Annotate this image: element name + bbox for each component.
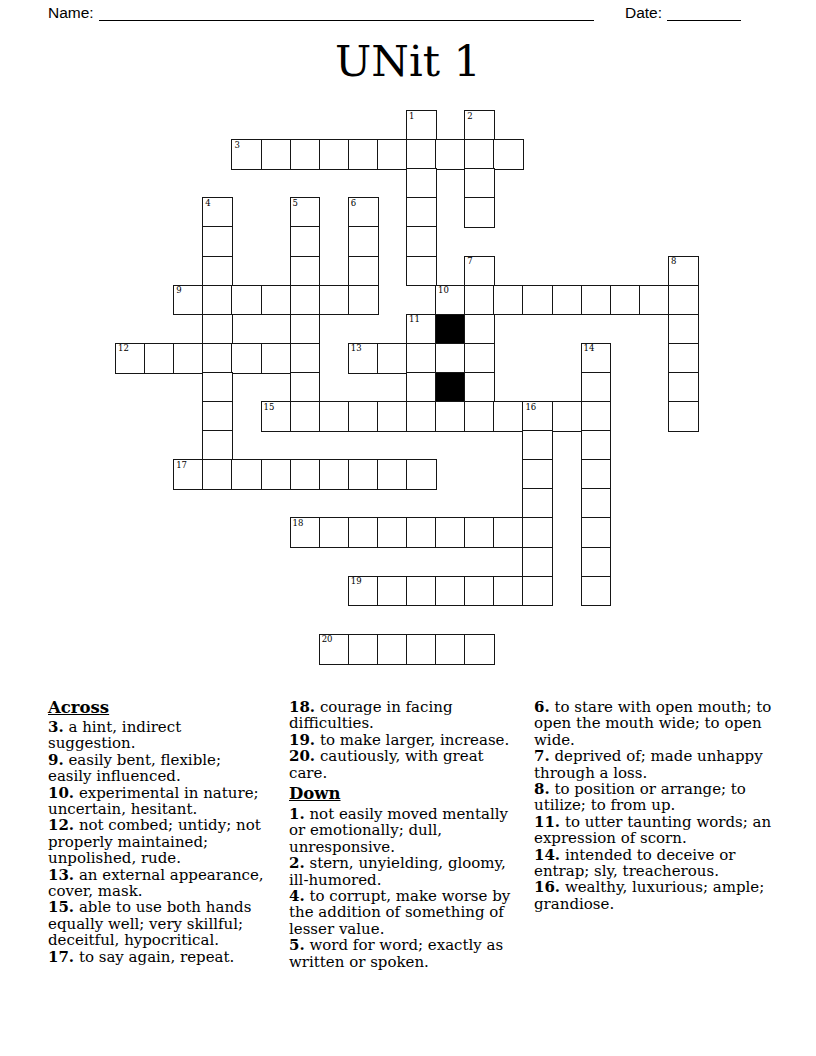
clue-4: 4. to corrupt, make worse by the additio…	[289, 888, 519, 937]
clue-number: 14.	[534, 846, 560, 864]
worksheet-page: Name: Date: UNit 1 123456789101112131415…	[0, 0, 816, 1056]
grid-cell[interactable]	[435, 576, 466, 607]
clue-number: 5.	[289, 936, 305, 954]
grid-cell[interactable]	[581, 488, 612, 519]
grid-cell[interactable]	[319, 285, 350, 316]
cell-number: 11	[409, 315, 420, 324]
grid-cell[interactable]	[290, 343, 321, 374]
grid-cell[interactable]	[581, 459, 612, 490]
clue-7: 7. deprived of; made unhappy through a l…	[534, 748, 774, 781]
grid-cell[interactable]	[406, 256, 437, 287]
clue-number: 20.	[289, 747, 315, 765]
grid-cell[interactable]	[581, 372, 612, 403]
grid-cell[interactable]	[406, 139, 437, 170]
grid-cell[interactable]	[406, 517, 437, 548]
grid-cell[interactable]	[202, 285, 233, 316]
grid-cell[interactable]	[435, 343, 466, 374]
grid-cell[interactable]	[464, 517, 495, 548]
grid-cell[interactable]	[464, 197, 495, 228]
grid-cell[interactable]	[319, 401, 350, 432]
grid-cell[interactable]	[319, 517, 350, 548]
grid-cell[interactable]	[668, 401, 699, 432]
grid-cell[interactable]: 19	[348, 576, 379, 607]
grid-cell[interactable]	[581, 517, 612, 548]
clue-16: 16. wealthy, luxurious; ample; grandiose…	[534, 879, 774, 912]
grid-cell[interactable]: 16	[522, 401, 553, 432]
cell-number: 12	[118, 344, 129, 353]
cell-number: 10	[438, 286, 449, 295]
clue-column-2: 18. courage in facing difficulties.19. t…	[289, 699, 519, 970]
grid-cell[interactable]	[406, 401, 437, 432]
cell-number: 1	[409, 112, 414, 121]
grid-cell[interactable]	[348, 459, 379, 490]
clue-number: 16.	[534, 878, 560, 896]
cell-number: 19	[351, 577, 362, 586]
clue-12: 12. not combed; untidy; not properly mai…	[48, 817, 266, 866]
grid-cell[interactable]	[202, 401, 233, 432]
grid-cell[interactable]	[581, 285, 612, 316]
cell-number: 15	[264, 403, 275, 412]
grid-cell[interactable]	[435, 517, 466, 548]
grid-cell[interactable]	[464, 372, 495, 403]
grid-cell[interactable]	[290, 401, 321, 432]
grid-cell[interactable]	[290, 226, 321, 257]
clue-number: 11.	[534, 813, 560, 831]
grid-cell[interactable]	[406, 576, 437, 607]
grid-cell[interactable]	[348, 285, 379, 316]
grid-cell[interactable]: 5	[290, 197, 321, 228]
grid-cell[interactable]	[639, 285, 670, 316]
clue-number: 8.	[534, 780, 550, 798]
grid-cell[interactable]	[261, 285, 292, 316]
grid-cell[interactable]: 11	[406, 314, 437, 345]
cell-number: 9	[176, 286, 181, 295]
grid-cell[interactable]	[522, 488, 553, 519]
date-blank-line[interactable]	[667, 20, 741, 21]
grid-cell[interactable]	[581, 430, 612, 461]
grid-cell[interactable]	[464, 576, 495, 607]
clue-number: 18.	[289, 698, 315, 716]
grid-cell[interactable]	[377, 139, 408, 170]
grid-cell[interactable]	[464, 343, 495, 374]
grid-cell[interactable]	[464, 139, 495, 170]
cell-number: 4	[205, 199, 210, 208]
grid-cell[interactable]	[464, 285, 495, 316]
grid-cell[interactable]	[406, 372, 437, 403]
grid-cell[interactable]	[581, 547, 612, 578]
grid-cell[interactable]	[493, 517, 524, 548]
grid-cell[interactable]	[464, 314, 495, 345]
grid-cell[interactable]	[377, 576, 408, 607]
clue-15: 15. able to use both hands equally well;…	[48, 899, 266, 948]
grid-cell[interactable]	[493, 576, 524, 607]
grid-cell[interactable]	[202, 314, 233, 345]
clue-number: 17.	[48, 948, 74, 966]
grid-cell[interactable]	[348, 256, 379, 287]
grid-cell[interactable]	[610, 285, 641, 316]
clue-number: 19.	[289, 731, 315, 749]
grid-cell[interactable]	[348, 139, 379, 170]
clue-number: 1.	[289, 805, 305, 823]
grid-cell[interactable]: 20	[319, 634, 350, 665]
clue-9: 9. easily bent, flexible; easily influen…	[48, 752, 266, 785]
clue-number: 12.	[48, 816, 74, 834]
grid-cell[interactable]	[173, 343, 204, 374]
grid-cell[interactable]	[348, 226, 379, 257]
grid-cell[interactable]	[493, 401, 524, 432]
grid-cell[interactable]	[202, 430, 233, 461]
grid-cell[interactable]	[348, 401, 379, 432]
grid-cell[interactable]	[377, 634, 408, 665]
grid-cell[interactable]: 13	[348, 343, 379, 374]
cell-number: 14	[584, 344, 595, 353]
cell-number: 18	[293, 519, 304, 528]
clue-1: 1. not easily moved mentally or emotiona…	[289, 806, 519, 855]
grid-cell[interactable]: 17	[173, 459, 204, 490]
grid-cell[interactable]	[435, 634, 466, 665]
cell-number: 20	[322, 635, 333, 644]
grid-cell[interactable]	[290, 459, 321, 490]
grid-cell[interactable]	[377, 517, 408, 548]
grid-cell[interactable]	[668, 343, 699, 374]
grid-cell[interactable]	[522, 547, 553, 578]
clue-number: 9.	[48, 751, 64, 769]
clue-column-1: Across3. a hint, indirect suggestion.9. …	[48, 699, 266, 965]
down-header: Down	[289, 785, 519, 803]
grid-cell[interactable]	[202, 459, 233, 490]
grid-cell[interactable]	[377, 401, 408, 432]
grid-cell[interactable]	[522, 430, 553, 461]
grid-cell[interactable]	[493, 139, 524, 170]
across-header: Across	[48, 699, 266, 717]
grid-cell[interactable]: 12	[115, 343, 146, 374]
clue-13: 13. an external appearance, cover, mask.	[48, 867, 266, 900]
grid-cell[interactable]	[522, 285, 553, 316]
grid-cell[interactable]	[290, 256, 321, 287]
grid-cell[interactable]	[406, 634, 437, 665]
grid-cell[interactable]: 4	[202, 197, 233, 228]
grid-cell[interactable]	[261, 343, 292, 374]
grid-cell[interactable]	[377, 459, 408, 490]
grid-cell[interactable]	[581, 576, 612, 607]
grid-cell[interactable]	[290, 285, 321, 316]
clue-number: 13.	[48, 866, 74, 884]
grid-cell[interactable]	[493, 285, 524, 316]
grid-cell[interactable]	[668, 372, 699, 403]
grid-cell[interactable]	[406, 459, 437, 490]
clue-number: 3.	[48, 718, 64, 736]
name-label: Name:	[48, 4, 94, 22]
grid-cell[interactable]	[668, 314, 699, 345]
clue-14: 14. intended to deceive or entrap; sly, …	[534, 847, 774, 880]
grid-cell[interactable]	[319, 459, 350, 490]
grid-cell[interactable]: 7	[464, 256, 495, 287]
clue-5: 5. word for word; exactly as written or …	[289, 937, 519, 970]
grid-cell[interactable]	[406, 226, 437, 257]
clue-19: 19. to make larger, increase.	[289, 732, 519, 748]
grid-cell[interactable]	[522, 459, 553, 490]
blocked-cell	[435, 372, 466, 403]
grid-cell[interactable]	[202, 372, 233, 403]
cell-number: 2	[467, 112, 472, 121]
grid-cell[interactable]	[348, 634, 379, 665]
clue-3: 3. a hint, indirect suggestion.	[48, 719, 266, 752]
grid-cell[interactable]	[144, 343, 175, 374]
grid-cell[interactable]	[435, 139, 466, 170]
clue-number: 15.	[48, 898, 74, 916]
cell-number: 6	[351, 199, 356, 208]
clue-number: 4.	[289, 887, 305, 905]
grid-cell[interactable]	[202, 343, 233, 374]
grid-cell[interactable]	[377, 343, 408, 374]
cell-number: 5	[293, 199, 298, 208]
grid-cell[interactable]	[522, 576, 553, 607]
grid-cell[interactable]	[552, 401, 583, 432]
clue-20: 20. cautiously, with great care.	[289, 748, 519, 781]
grid-cell[interactable]	[290, 139, 321, 170]
grid-cell[interactable]	[202, 256, 233, 287]
grid-cell[interactable]	[261, 139, 292, 170]
grid-cell[interactable]	[668, 285, 699, 316]
clue-11: 11. to utter taunting words; an expressi…	[534, 814, 774, 847]
clue-18: 18. courage in facing difficulties.	[289, 699, 519, 732]
page-title: UNit 1	[0, 36, 816, 86]
grid-cell[interactable]: 10	[435, 285, 466, 316]
clue-column-3: 6. to stare with open mouth; to open the…	[534, 699, 774, 912]
cell-number: 13	[351, 344, 362, 353]
cell-number: 16	[525, 403, 536, 412]
grid-cell[interactable]: 1	[406, 110, 437, 141]
grid-cell[interactable]	[231, 343, 262, 374]
clue-6: 6. to stare with open mouth; to open the…	[534, 699, 774, 748]
grid-cell[interactable]	[290, 372, 321, 403]
grid-cell[interactable]: 2	[464, 110, 495, 141]
name-blank-line[interactable]	[99, 20, 594, 21]
grid-cell[interactable]	[406, 197, 437, 228]
clue-2: 2. stern, unyielding, gloomy, ill-humore…	[289, 855, 519, 888]
grid-cell[interactable]	[464, 401, 495, 432]
grid-cell[interactable]	[464, 634, 495, 665]
date-label: Date:	[625, 4, 662, 22]
grid-cell[interactable]	[202, 226, 233, 257]
grid-cell[interactable]	[231, 459, 262, 490]
clue-number: 6.	[534, 698, 550, 716]
clue-number: 10.	[48, 784, 74, 802]
grid-cell[interactable]: 8	[668, 256, 699, 287]
grid-cell[interactable]: 6	[348, 197, 379, 228]
clue-17: 17. to say again, repeat.	[48, 949, 266, 965]
grid-cell[interactable]: 14	[581, 343, 612, 374]
grid-cell[interactable]	[290, 314, 321, 345]
grid-cell[interactable]	[319, 139, 350, 170]
cell-number: 8	[671, 257, 676, 266]
grid-cell[interactable]: 18	[290, 517, 321, 548]
clue-number: 2.	[289, 854, 305, 872]
grid-cell[interactable]	[464, 168, 495, 199]
grid-cell[interactable]	[406, 168, 437, 199]
grid-cell[interactable]: 9	[173, 285, 204, 316]
grid-cell[interactable]	[231, 285, 262, 316]
grid-cell[interactable]	[261, 459, 292, 490]
clue-8: 8. to position or arrange; to utilize; t…	[534, 781, 774, 814]
grid-cell[interactable]: 15	[261, 401, 292, 432]
grid-cell[interactable]	[581, 401, 612, 432]
clue-10: 10. experimental in nature; uncertain, h…	[48, 785, 266, 818]
clue-number: 7.	[534, 747, 550, 765]
grid-cell[interactable]	[406, 343, 437, 374]
grid-cell[interactable]: 3	[231, 139, 262, 170]
grid-cell[interactable]	[348, 517, 379, 548]
crossword-grid: 1234567891011121314151617181920	[115, 110, 705, 670]
grid-cell[interactable]	[552, 285, 583, 316]
cell-number: 7	[467, 257, 472, 266]
blocked-cell	[435, 314, 466, 345]
cell-number: 3	[234, 141, 239, 150]
grid-cell[interactable]	[522, 517, 553, 548]
grid-cell[interactable]	[435, 401, 466, 432]
cell-number: 17	[176, 461, 187, 470]
